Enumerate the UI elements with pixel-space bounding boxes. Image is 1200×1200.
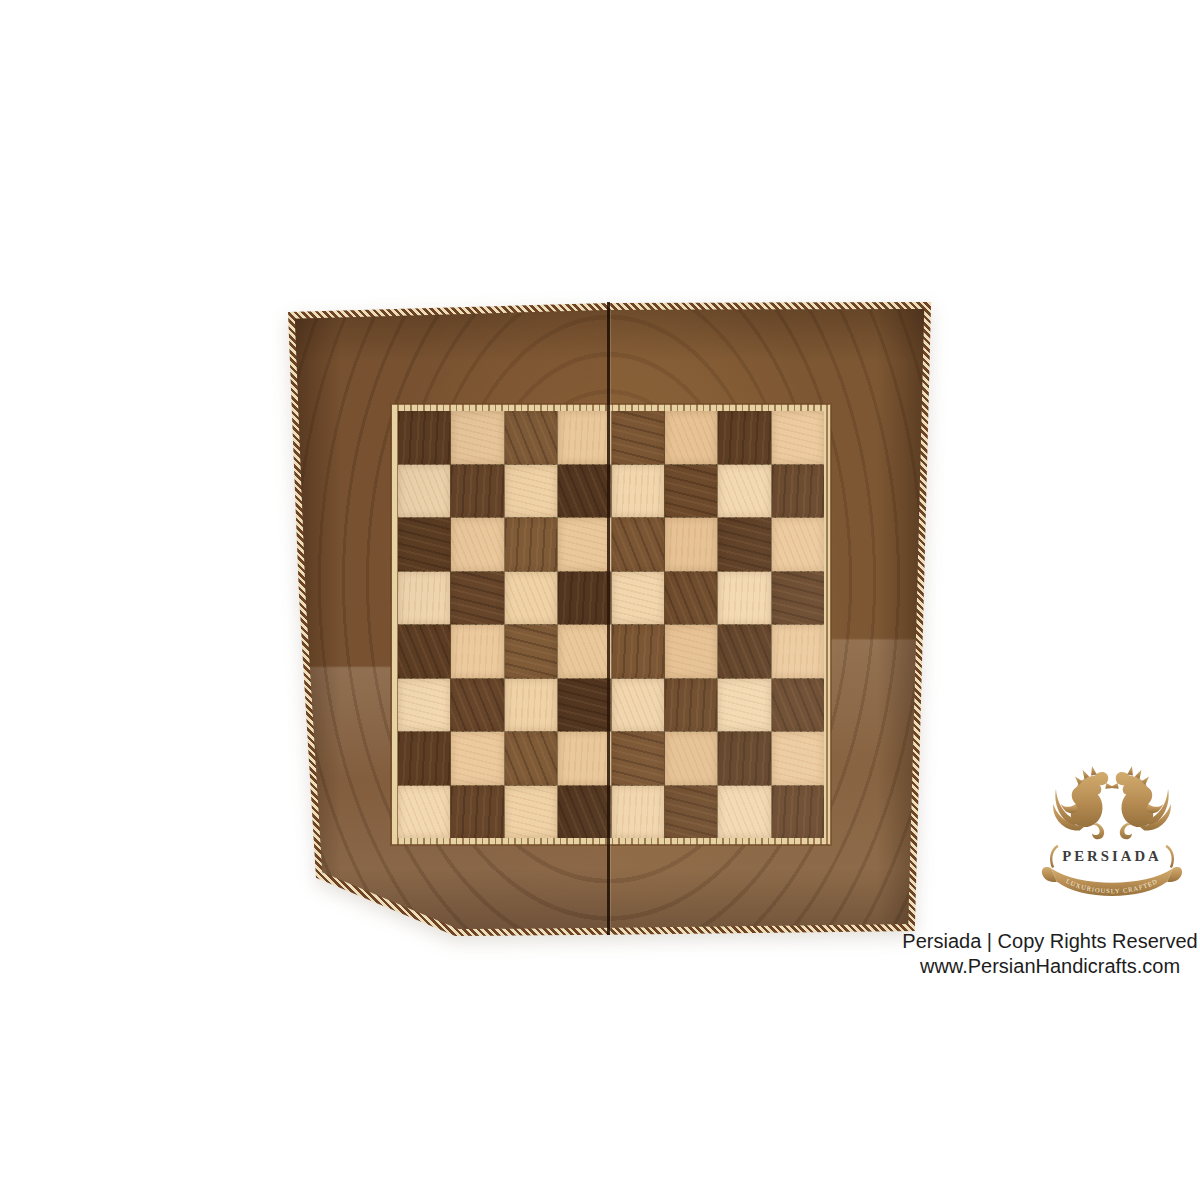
square-d5 bbox=[558, 572, 610, 625]
square-d8 bbox=[558, 411, 610, 464]
copyright-caption: Persiada | Copy Rights Reserved www.Pers… bbox=[900, 929, 1200, 979]
square-e8 bbox=[612, 411, 664, 464]
square-b4 bbox=[451, 625, 503, 678]
square-g5 bbox=[718, 572, 770, 625]
square-f5 bbox=[665, 572, 717, 625]
square-g8 bbox=[718, 411, 770, 464]
square-b8 bbox=[451, 411, 503, 464]
product-photo: PERSIADA LUXURIOUSLY CRAFTED Persiada | … bbox=[0, 0, 1200, 1200]
square-d6 bbox=[558, 518, 610, 571]
square-h2 bbox=[772, 732, 824, 785]
logo-wordmark: PERSIADA bbox=[1062, 848, 1162, 864]
square-f3 bbox=[665, 679, 717, 732]
square-f1 bbox=[665, 786, 717, 839]
square-h1 bbox=[772, 786, 824, 839]
square-g3 bbox=[718, 679, 770, 732]
square-b1 bbox=[451, 786, 503, 839]
square-b5 bbox=[451, 572, 503, 625]
square-c3 bbox=[505, 679, 557, 732]
checkerboard-frame bbox=[391, 404, 831, 845]
square-e5 bbox=[612, 572, 664, 625]
square-c1 bbox=[505, 786, 557, 839]
square-a2 bbox=[398, 732, 450, 785]
griffin-left-icon bbox=[1053, 766, 1115, 839]
square-b6 bbox=[451, 518, 503, 571]
square-f6 bbox=[665, 518, 717, 571]
square-g7 bbox=[718, 465, 770, 518]
square-c6 bbox=[505, 518, 557, 571]
square-f4 bbox=[665, 625, 717, 678]
square-d1 bbox=[558, 786, 610, 839]
square-g4 bbox=[718, 625, 770, 678]
square-b7 bbox=[451, 465, 503, 518]
hinge-seam bbox=[607, 302, 610, 935]
square-g2 bbox=[718, 732, 770, 785]
square-b2 bbox=[451, 732, 503, 785]
square-a4 bbox=[398, 625, 450, 678]
square-e7 bbox=[612, 465, 664, 518]
square-h5 bbox=[772, 572, 824, 625]
square-e4 bbox=[612, 625, 664, 678]
square-d3 bbox=[558, 679, 610, 732]
square-e2 bbox=[612, 732, 664, 785]
square-e1 bbox=[612, 786, 664, 839]
square-d7 bbox=[558, 465, 610, 518]
square-d2 bbox=[558, 732, 610, 785]
square-f8 bbox=[665, 411, 717, 464]
square-d4 bbox=[558, 625, 610, 678]
caption-line2: www.PersianHandicrafts.com bbox=[900, 954, 1200, 979]
square-g6 bbox=[718, 518, 770, 571]
checkerboard bbox=[398, 411, 824, 838]
square-h6 bbox=[772, 518, 824, 571]
square-c4 bbox=[505, 625, 557, 678]
square-c5 bbox=[505, 572, 557, 625]
square-h8 bbox=[772, 411, 824, 464]
square-e3 bbox=[612, 679, 664, 732]
persiada-logo: PERSIADA LUXURIOUSLY CRAFTED bbox=[1036, 760, 1188, 922]
caption-line1: Persiada | Copy Rights Reserved bbox=[900, 929, 1200, 954]
square-c8 bbox=[505, 411, 557, 464]
square-h3 bbox=[772, 679, 824, 732]
square-c7 bbox=[505, 465, 557, 518]
square-a6 bbox=[398, 518, 450, 571]
square-f7 bbox=[665, 465, 717, 518]
square-b3 bbox=[451, 679, 503, 732]
square-a1 bbox=[398, 786, 450, 839]
square-a8 bbox=[398, 411, 450, 464]
square-a5 bbox=[398, 572, 450, 625]
square-g1 bbox=[718, 786, 770, 839]
square-c2 bbox=[505, 732, 557, 785]
square-h7 bbox=[772, 465, 824, 518]
square-h4 bbox=[772, 625, 824, 678]
square-f2 bbox=[665, 732, 717, 785]
square-a3 bbox=[398, 679, 450, 732]
griffin-right-icon bbox=[1109, 766, 1171, 839]
square-e6 bbox=[612, 518, 664, 571]
square-a7 bbox=[398, 465, 450, 518]
